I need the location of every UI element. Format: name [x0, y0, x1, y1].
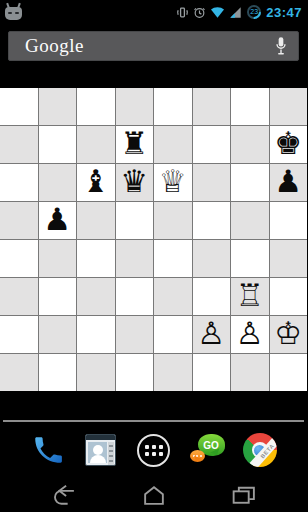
contacts-app-icon[interactable] [83, 432, 119, 468]
square-d2[interactable] [116, 316, 154, 353]
square-h4[interactable] [270, 240, 308, 277]
square-e5[interactable] [154, 202, 192, 239]
square-e7[interactable] [154, 126, 192, 163]
black-queen[interactable]: ♛ [120, 166, 148, 197]
white-rook[interactable]: ♖ [236, 280, 264, 311]
square-c8[interactable] [77, 88, 115, 125]
back-button[interactable] [50, 483, 77, 508]
square-a6[interactable] [0, 164, 38, 201]
mic-icon[interactable] [274, 36, 288, 56]
square-h1[interactable] [270, 354, 308, 391]
square-e3[interactable] [154, 278, 192, 315]
square-a7[interactable] [0, 126, 38, 163]
square-g1[interactable] [231, 354, 269, 391]
square-b7[interactable] [39, 126, 77, 163]
white-pawn[interactable]: ♙ [197, 318, 225, 349]
square-d7[interactable]: ♜ [116, 126, 154, 163]
recents-button[interactable] [230, 483, 257, 508]
alarm-icon [193, 6, 206, 19]
square-c1[interactable] [77, 354, 115, 391]
phone-icon [31, 433, 65, 467]
square-d6[interactable]: ♛ [116, 164, 154, 201]
black-bishop[interactable]: ♝ [82, 166, 110, 197]
square-g7[interactable] [231, 126, 269, 163]
square-h7[interactable]: ♚ [270, 126, 308, 163]
square-h2[interactable]: ♔ [270, 316, 308, 353]
chrome-icon: BETA [243, 433, 277, 467]
white-pawn[interactable]: ♙ [236, 318, 264, 349]
black-pawn[interactable]: ♟ [274, 166, 302, 197]
app-drawer-icon [137, 434, 170, 467]
phone-app-icon[interactable] [30, 432, 66, 468]
square-c4[interactable] [77, 240, 115, 277]
contacts-card-icon [85, 434, 116, 466]
square-b4[interactable] [39, 240, 77, 277]
square-h3[interactable] [270, 278, 308, 315]
square-b8[interactable] [39, 88, 77, 125]
square-c6[interactable]: ♝ [77, 164, 115, 201]
go-sms-dots-icon [190, 450, 205, 462]
cyanogenmod-mascot-icon [5, 7, 22, 20]
black-rook[interactable]: ♜ [120, 128, 148, 159]
square-h5[interactable] [270, 202, 308, 239]
app-drawer-button[interactable] [136, 432, 172, 468]
go-sms-app-icon[interactable]: GO [189, 432, 225, 468]
google-search-bar[interactable]: Google [8, 31, 299, 61]
square-f5[interactable] [193, 202, 231, 239]
square-h8[interactable] [270, 88, 308, 125]
signal-icon [229, 6, 242, 19]
square-b1[interactable] [39, 354, 77, 391]
square-f1[interactable] [193, 354, 231, 391]
square-g8[interactable] [231, 88, 269, 125]
square-c5[interactable] [77, 202, 115, 239]
navigation-bar [0, 478, 307, 512]
home-button[interactable] [140, 483, 168, 508]
white-queen[interactable]: ♕ [159, 166, 187, 197]
battery-circle-icon: 23 [246, 4, 262, 20]
square-a1[interactable] [0, 354, 38, 391]
square-f8[interactable] [193, 88, 231, 125]
square-b6[interactable] [39, 164, 77, 201]
square-d1[interactable] [116, 354, 154, 391]
square-g5[interactable] [231, 202, 269, 239]
white-king[interactable]: ♔ [274, 318, 302, 349]
google-logo[interactable]: Google [25, 35, 84, 57]
clock-time: 23:47 [266, 5, 302, 20]
square-d8[interactable] [116, 88, 154, 125]
dock: GO BETA [0, 422, 307, 478]
square-a5[interactable] [0, 202, 38, 239]
square-b2[interactable] [39, 316, 77, 353]
square-e8[interactable] [154, 88, 192, 125]
chess-board[interactable]: ♜♚♝♛♕♟♟♖♙♙♔ [0, 86, 307, 393]
square-e1[interactable] [154, 354, 192, 391]
square-b5[interactable]: ♟ [39, 202, 77, 239]
square-c2[interactable] [77, 316, 115, 353]
square-g4[interactable] [231, 240, 269, 277]
square-c3[interactable] [77, 278, 115, 315]
square-b3[interactable] [39, 278, 77, 315]
square-g3[interactable]: ♖ [231, 278, 269, 315]
square-f6[interactable] [193, 164, 231, 201]
square-g6[interactable] [231, 164, 269, 201]
status-bar[interactable]: 23 23:47 [0, 0, 307, 24]
vibrate-icon [176, 6, 189, 19]
square-e4[interactable] [154, 240, 192, 277]
square-a2[interactable] [0, 316, 38, 353]
square-d3[interactable] [116, 278, 154, 315]
square-f2[interactable]: ♙ [193, 316, 231, 353]
battery-percent: 23 [246, 8, 262, 15]
square-e2[interactable] [154, 316, 192, 353]
wifi-icon [210, 6, 225, 19]
square-a8[interactable] [0, 88, 38, 125]
square-a4[interactable] [0, 240, 38, 277]
chrome-beta-app-icon[interactable]: BETA [242, 432, 278, 468]
square-c7[interactable] [77, 126, 115, 163]
square-f7[interactable] [193, 126, 231, 163]
black-king[interactable]: ♚ [274, 128, 302, 159]
square-f3[interactable] [193, 278, 231, 315]
square-d4[interactable] [116, 240, 154, 277]
square-d5[interactable] [116, 202, 154, 239]
square-f4[interactable] [193, 240, 231, 277]
square-a3[interactable] [0, 278, 38, 315]
square-g2[interactable]: ♙ [231, 316, 269, 353]
black-pawn[interactable]: ♟ [43, 204, 71, 235]
square-h6[interactable]: ♟ [270, 164, 308, 201]
square-e6[interactable]: ♕ [154, 164, 192, 201]
